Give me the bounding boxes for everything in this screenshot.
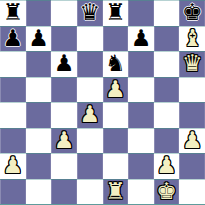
square-d3[interactable]: [77, 128, 103, 154]
white-bishop: ♝: [182, 27, 203, 50]
black-king: ♚: [182, 1, 203, 24]
black-knight: ♞: [105, 52, 126, 75]
square-f6[interactable]: [128, 51, 154, 77]
square-h2[interactable]: [179, 153, 205, 179]
black-rook: ♜: [3, 1, 24, 24]
square-e8[interactable]: ♜: [103, 0, 129, 26]
square-c3[interactable]: ♟: [51, 128, 77, 154]
square-g5[interactable]: [154, 77, 180, 103]
black-pawn: ♟: [28, 27, 49, 50]
square-c7[interactable]: [51, 26, 77, 52]
white-pawn: ♟: [79, 103, 100, 126]
square-g2[interactable]: ♟: [154, 153, 180, 179]
square-d7[interactable]: [77, 26, 103, 52]
square-d5[interactable]: [77, 77, 103, 103]
square-d1[interactable]: [77, 179, 103, 205]
white-pawn: ♟: [105, 78, 126, 101]
square-g6[interactable]: [154, 51, 180, 77]
square-d8[interactable]: ♛: [77, 0, 103, 26]
square-b4[interactable]: [26, 102, 52, 128]
square-f2[interactable]: [128, 153, 154, 179]
square-a1[interactable]: [0, 179, 26, 205]
white-queen: ♛: [182, 52, 203, 75]
square-f7[interactable]: ♟: [128, 26, 154, 52]
square-c2[interactable]: [51, 153, 77, 179]
square-b8[interactable]: [26, 0, 52, 26]
chess-diagram: ♜♛♜♚♟♟♟♝♟♞♛♟♟♟♟♟♟♜♚: [0, 0, 205, 205]
black-pawn: ♟: [131, 27, 152, 50]
square-h4[interactable]: [179, 102, 205, 128]
square-a6[interactable]: [0, 51, 26, 77]
square-b2[interactable]: [26, 153, 52, 179]
square-a4[interactable]: [0, 102, 26, 128]
square-f1[interactable]: [128, 179, 154, 205]
white-pawn: ♟: [156, 154, 177, 177]
square-c6[interactable]: ♟: [51, 51, 77, 77]
black-rook: ♜: [105, 1, 126, 24]
white-king: ♚: [156, 180, 177, 203]
square-c4[interactable]: [51, 102, 77, 128]
square-e3[interactable]: [103, 128, 129, 154]
square-e4[interactable]: [103, 102, 129, 128]
square-d4[interactable]: ♟: [77, 102, 103, 128]
white-pawn: ♟: [3, 154, 24, 177]
square-g1[interactable]: ♚: [154, 179, 180, 205]
square-c8[interactable]: [51, 0, 77, 26]
black-pawn: ♟: [3, 27, 24, 50]
square-f4[interactable]: [128, 102, 154, 128]
square-e2[interactable]: [103, 153, 129, 179]
square-h1[interactable]: [179, 179, 205, 205]
square-f3[interactable]: [128, 128, 154, 154]
square-h7[interactable]: ♝: [179, 26, 205, 52]
square-a2[interactable]: ♟: [0, 153, 26, 179]
square-a3[interactable]: [0, 128, 26, 154]
black-pawn: ♟: [54, 52, 75, 75]
white-pawn: ♟: [182, 129, 203, 152]
square-g3[interactable]: [154, 128, 180, 154]
square-g4[interactable]: [154, 102, 180, 128]
square-a7[interactable]: ♟: [0, 26, 26, 52]
square-d2[interactable]: [77, 153, 103, 179]
square-h5[interactable]: [179, 77, 205, 103]
square-g7[interactable]: [154, 26, 180, 52]
white-pawn: ♟: [54, 129, 75, 152]
square-h8[interactable]: ♚: [179, 0, 205, 26]
square-h6[interactable]: ♛: [179, 51, 205, 77]
square-c1[interactable]: [51, 179, 77, 205]
square-e1[interactable]: ♜: [103, 179, 129, 205]
square-g8[interactable]: [154, 0, 180, 26]
square-c5[interactable]: [51, 77, 77, 103]
square-f5[interactable]: [128, 77, 154, 103]
chess-board: ♜♛♜♚♟♟♟♝♟♞♛♟♟♟♟♟♟♜♚: [0, 0, 205, 205]
square-e7[interactable]: [103, 26, 129, 52]
black-queen: ♛: [79, 1, 100, 24]
square-h3[interactable]: ♟: [179, 128, 205, 154]
square-a8[interactable]: ♜: [0, 0, 26, 26]
square-d6[interactable]: [77, 51, 103, 77]
square-b6[interactable]: [26, 51, 52, 77]
square-a5[interactable]: [0, 77, 26, 103]
square-b1[interactable]: [26, 179, 52, 205]
square-b3[interactable]: [26, 128, 52, 154]
square-f8[interactable]: [128, 0, 154, 26]
square-e5[interactable]: ♟: [103, 77, 129, 103]
white-rook: ♜: [105, 180, 126, 203]
square-b5[interactable]: [26, 77, 52, 103]
square-e6[interactable]: ♞: [103, 51, 129, 77]
square-b7[interactable]: ♟: [26, 26, 52, 52]
